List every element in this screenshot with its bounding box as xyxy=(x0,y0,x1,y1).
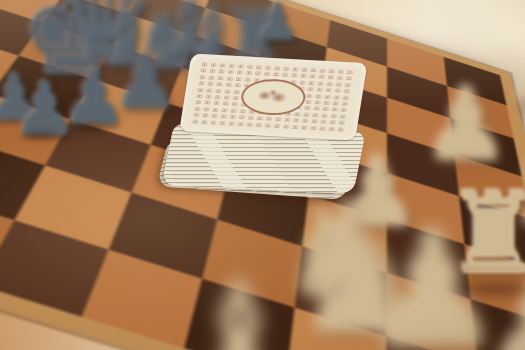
piece-shadow xyxy=(16,128,64,141)
photo-frame: ♟♚♟♛♟♝♟♞♝♝♟♜♟ ∞∞∞∞∞∞∞∞∞∞∞∞∞∞∞∞∞∞∞∞∞∞∞∞∞∞… xyxy=(0,0,525,350)
card-crest-icon xyxy=(250,85,297,109)
deck-top-card: ∞∞∞∞∞∞∞∞∞∞∞∞∞∞∞∞∞∞∞∞∞∞∞∞∞∞∞∞∞∞∞∞∞∞∞∞∞∞∞∞… xyxy=(179,54,367,141)
chess-piece-light: ♝ xyxy=(182,268,299,350)
chess-piece-light: ♟ xyxy=(482,262,525,350)
chess-piece-dark: ♟ xyxy=(254,0,301,48)
piece-shadow xyxy=(66,122,114,135)
chess-piece-light: ♟ xyxy=(512,60,525,106)
